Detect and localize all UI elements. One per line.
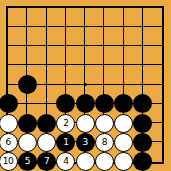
move-number-label: 4 [63,157,68,166]
board-cell [66,27,85,46]
board-cell [8,27,27,46]
white-stone[interactable] [76,152,95,171]
move-number-label: 5 [25,157,30,166]
board-cell [27,46,46,65]
board-cell [85,27,104,46]
white-stone[interactable] [95,114,114,133]
black-stone[interactable]: 7 [37,152,56,171]
board-cell [104,46,123,65]
black-stone[interactable]: 5 [18,152,37,171]
move-number-label: 2 [63,118,68,127]
white-stone[interactable]: 2 [56,114,75,133]
board-cell [8,8,27,27]
black-stone[interactable] [18,75,37,94]
white-stone[interactable] [114,133,133,152]
board-cell [85,8,104,27]
black-stone[interactable] [95,94,114,113]
board-cell [66,8,85,27]
board-cell [104,65,123,84]
white-stone[interactable] [18,133,37,152]
board-cell [66,65,85,84]
star-point-icon [84,83,87,86]
black-stone[interactable] [133,152,152,171]
board-cell [85,65,104,84]
board-cell [27,8,46,27]
board-cell [143,27,162,46]
black-stone[interactable] [76,94,95,113]
white-stone[interactable] [37,133,56,152]
white-stone[interactable] [76,114,95,133]
white-stone[interactable] [95,152,114,171]
board-cell [143,46,162,65]
black-stone[interactable] [133,114,152,133]
white-stone[interactable]: 10 [0,152,18,171]
black-stone[interactable]: 3 [76,133,95,152]
move-number-label: 7 [44,157,49,166]
board-cell [47,27,66,46]
move-number-label: 3 [82,137,87,146]
board-cell [47,8,66,27]
white-stone[interactable]: 6 [0,133,18,152]
board-cell [27,27,46,46]
board-cell [47,65,66,84]
board-cell [124,65,143,84]
board-cell [104,27,123,46]
black-stone[interactable]: 1 [56,133,75,152]
board-cell [124,46,143,65]
move-number-label: 1 [63,137,68,146]
white-stone[interactable]: 8 [95,133,114,152]
black-stone[interactable] [0,94,18,113]
white-stone[interactable]: 4 [56,152,75,171]
black-stone[interactable] [37,114,56,133]
black-stone[interactable] [133,133,152,152]
go-board[interactable]: 2613810574 [0,0,171,171]
white-stone[interactable] [114,152,133,171]
board-cell [47,46,66,65]
move-number-label: 10 [3,157,13,166]
white-stone[interactable] [0,114,18,133]
white-stone[interactable] [114,114,133,133]
board-cell [124,27,143,46]
move-number-label: 8 [102,137,107,146]
board-cell [85,46,104,65]
board-cell [66,46,85,65]
board-cell [124,8,143,27]
black-stone[interactable] [18,114,37,133]
move-number-label: 6 [5,137,10,146]
board-cell [8,46,27,65]
board-cell [143,8,162,27]
board-cell [143,65,162,84]
board-cell [104,8,123,27]
